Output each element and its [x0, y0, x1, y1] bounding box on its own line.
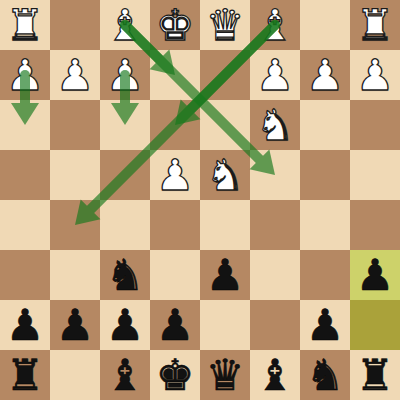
- black-pawn[interactable]: ♟: [300, 300, 350, 350]
- white-pawn[interactable]: ♟: [0, 50, 50, 100]
- square-e2[interactable]: [150, 50, 200, 100]
- square-g7[interactable]: ♟: [50, 300, 100, 350]
- white-pawn[interactable]: ♟: [100, 50, 150, 100]
- square-g1[interactable]: [50, 0, 100, 50]
- white-pawn[interactable]: ♟: [250, 50, 300, 100]
- square-e4[interactable]: ♟: [150, 150, 200, 200]
- square-f6[interactable]: ♞: [100, 250, 150, 300]
- white-pawn[interactable]: ♟: [350, 50, 400, 100]
- square-g4[interactable]: [50, 150, 100, 200]
- square-d7[interactable]: [200, 300, 250, 350]
- square-c1[interactable]: ♝: [250, 0, 300, 50]
- square-e8[interactable]: ♚: [150, 350, 200, 400]
- square-f7[interactable]: ♟: [100, 300, 150, 350]
- black-rook[interactable]: ♜: [350, 350, 400, 400]
- square-f5[interactable]: [100, 200, 150, 250]
- square-b8[interactable]: ♞: [300, 350, 350, 400]
- square-a5[interactable]: [350, 200, 400, 250]
- square-b2[interactable]: ♟: [300, 50, 350, 100]
- square-f3[interactable]: [100, 100, 150, 150]
- square-h4[interactable]: [0, 150, 50, 200]
- square-c6[interactable]: [250, 250, 300, 300]
- square-h1[interactable]: ♜: [0, 0, 50, 50]
- square-g2[interactable]: ♟: [50, 50, 100, 100]
- square-a3[interactable]: [350, 100, 400, 150]
- black-bishop[interactable]: ♝: [100, 350, 150, 400]
- square-h3[interactable]: [0, 100, 50, 150]
- white-king[interactable]: ♚: [150, 0, 200, 50]
- square-d6[interactable]: ♟: [200, 250, 250, 300]
- black-pawn[interactable]: ♟: [150, 300, 200, 350]
- black-bishop[interactable]: ♝: [250, 350, 300, 400]
- black-pawn[interactable]: ♟: [350, 250, 400, 300]
- black-king[interactable]: ♚: [150, 350, 200, 400]
- square-c8[interactable]: ♝: [250, 350, 300, 400]
- square-e6[interactable]: [150, 250, 200, 300]
- square-c2[interactable]: ♟: [250, 50, 300, 100]
- white-pawn[interactable]: ♟: [50, 50, 100, 100]
- chess-app-stage: ♜♝♚♛♝♜♟♟♟♟♟♟♞♟♞♞♟♟♟♟♟♟♟♜♝♚♛♝♞♜: [0, 0, 400, 400]
- chess-board: ♜♝♚♛♝♜♟♟♟♟♟♟♞♟♞♞♟♟♟♟♟♟♟♜♝♚♛♝♞♜: [0, 0, 400, 400]
- square-a7[interactable]: [350, 300, 400, 350]
- square-d3[interactable]: [200, 100, 250, 150]
- white-knight[interactable]: ♞: [200, 150, 250, 200]
- white-rook[interactable]: ♜: [350, 0, 400, 50]
- square-g5[interactable]: [50, 200, 100, 250]
- square-a8[interactable]: ♜: [350, 350, 400, 400]
- square-b7[interactable]: ♟: [300, 300, 350, 350]
- white-pawn[interactable]: ♟: [150, 150, 200, 200]
- square-c3[interactable]: ♞: [250, 100, 300, 150]
- square-g8[interactable]: [50, 350, 100, 400]
- square-d1[interactable]: ♛: [200, 0, 250, 50]
- square-d2[interactable]: [200, 50, 250, 100]
- black-knight[interactable]: ♞: [300, 350, 350, 400]
- white-pawn[interactable]: ♟: [300, 50, 350, 100]
- square-f2[interactable]: ♟: [100, 50, 150, 100]
- square-e7[interactable]: ♟: [150, 300, 200, 350]
- square-b4[interactable]: [300, 150, 350, 200]
- white-bishop[interactable]: ♝: [100, 0, 150, 50]
- square-h8[interactable]: ♜: [0, 350, 50, 400]
- square-d4[interactable]: ♞: [200, 150, 250, 200]
- black-pawn[interactable]: ♟: [100, 300, 150, 350]
- square-c4[interactable]: [250, 150, 300, 200]
- square-f4[interactable]: [100, 150, 150, 200]
- black-pawn[interactable]: ♟: [50, 300, 100, 350]
- square-d8[interactable]: ♛: [200, 350, 250, 400]
- square-g3[interactable]: [50, 100, 100, 150]
- square-b3[interactable]: [300, 100, 350, 150]
- white-rook[interactable]: ♜: [0, 0, 50, 50]
- white-bishop[interactable]: ♝: [250, 0, 300, 50]
- square-b5[interactable]: [300, 200, 350, 250]
- square-g6[interactable]: [50, 250, 100, 300]
- square-h7[interactable]: ♟: [0, 300, 50, 350]
- square-h5[interactable]: [0, 200, 50, 250]
- square-b6[interactable]: [300, 250, 350, 300]
- square-a2[interactable]: ♟: [350, 50, 400, 100]
- square-a4[interactable]: [350, 150, 400, 200]
- square-f1[interactable]: ♝: [100, 0, 150, 50]
- black-pawn[interactable]: ♟: [0, 300, 50, 350]
- white-queen[interactable]: ♛: [200, 0, 250, 50]
- square-c7[interactable]: [250, 300, 300, 350]
- black-pawn[interactable]: ♟: [200, 250, 250, 300]
- square-c5[interactable]: [250, 200, 300, 250]
- square-d5[interactable]: [200, 200, 250, 250]
- square-e1[interactable]: ♚: [150, 0, 200, 50]
- square-b1[interactable]: [300, 0, 350, 50]
- square-h6[interactable]: [0, 250, 50, 300]
- black-queen[interactable]: ♛: [200, 350, 250, 400]
- black-rook[interactable]: ♜: [0, 350, 50, 400]
- white-knight[interactable]: ♞: [250, 100, 300, 150]
- square-a6[interactable]: ♟: [350, 250, 400, 300]
- square-a1[interactable]: ♜: [350, 0, 400, 50]
- square-e3[interactable]: [150, 100, 200, 150]
- square-f8[interactable]: ♝: [100, 350, 150, 400]
- square-h2[interactable]: ♟: [0, 50, 50, 100]
- black-knight[interactable]: ♞: [100, 250, 150, 300]
- square-e5[interactable]: [150, 200, 200, 250]
